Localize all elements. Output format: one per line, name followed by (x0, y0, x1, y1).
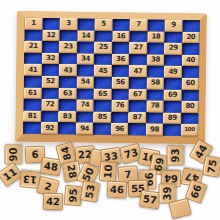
empty-socket[interactable] (129, 100, 147, 112)
tile-number-label: 72 (45, 102, 54, 109)
empty-socket[interactable] (112, 42, 130, 54)
photo-canvas: 1357912141618202123252729323436384041434… (0, 0, 220, 220)
empty-socket[interactable] (111, 89, 129, 101)
number-tile[interactable]: 80 (181, 101, 199, 113)
tile-number-label: 34 (81, 56, 90, 63)
tile-number-label: 78 (150, 103, 159, 110)
number-tile[interactable]: 9 (165, 20, 183, 32)
empty-socket[interactable] (146, 112, 164, 124)
empty-socket[interactable] (164, 78, 182, 90)
number-tile[interactable]: 1 (25, 18, 43, 30)
empty-socket[interactable] (24, 76, 42, 88)
tile-number-label: 40 (186, 57, 195, 64)
empty-socket[interactable] (94, 100, 112, 112)
tile-number-label: 47 (133, 68, 142, 75)
empty-socket[interactable] (42, 18, 60, 30)
number-tile[interactable]: 49 (164, 66, 182, 78)
empty-socket[interactable] (94, 77, 112, 89)
tile-number-label: 29 (169, 45, 178, 52)
tile-number-label: 41 (28, 67, 37, 74)
blank-tile[interactable] (168, 198, 192, 220)
empty-socket[interactable] (181, 113, 199, 125)
empty-socket[interactable] (77, 42, 95, 54)
tile-number-label: 56 (116, 79, 125, 86)
empty-socket[interactable] (94, 30, 112, 42)
tile-number-label: 27 (134, 45, 143, 52)
tile-number-label: 49 (168, 68, 177, 75)
empty-socket[interactable] (111, 112, 129, 124)
empty-socket[interactable] (41, 88, 59, 100)
empty-socket[interactable] (76, 111, 94, 123)
empty-socket[interactable] (59, 99, 77, 111)
tile-number-label: 23 (64, 44, 73, 51)
number-tile[interactable]: 23 (59, 41, 77, 53)
number-tile[interactable]: 67 (129, 89, 147, 101)
tile-number-label: 81 (28, 113, 37, 120)
empty-socket[interactable] (181, 90, 199, 102)
tile-number-label: 87 (133, 114, 142, 121)
number-tile[interactable]: 38 (147, 54, 165, 66)
number-tile[interactable]: 63 (59, 88, 77, 100)
tile-number-label: 5 (101, 21, 105, 28)
empty-socket[interactable] (147, 66, 165, 78)
loose-number-tile[interactable]: 75 (202, 155, 220, 178)
number-tile[interactable]: 78 (146, 101, 164, 113)
tile-number-label: 60 (186, 80, 195, 87)
number-tile[interactable]: 96 (111, 123, 129, 135)
number-tile[interactable]: 56 (111, 77, 129, 89)
number-tile[interactable]: 27 (129, 42, 147, 54)
tile-number-label: 7 (136, 22, 140, 29)
number-tile[interactable]: 92 (41, 122, 59, 134)
number-tile[interactable]: 7 (130, 19, 148, 31)
empty-socket[interactable] (59, 76, 77, 88)
number-tile[interactable]: 3 (60, 18, 78, 30)
number-tile[interactable]: 32 (42, 53, 60, 65)
empty-socket[interactable] (146, 89, 164, 101)
number-tile[interactable]: 58 (146, 77, 164, 89)
number-tile[interactable]: 41 (24, 64, 42, 76)
number-tile[interactable]: 43 (59, 65, 77, 77)
empty-socket[interactable] (42, 41, 60, 53)
tile-number-label: 69 (168, 92, 177, 99)
empty-socket[interactable] (93, 123, 111, 135)
number-tile[interactable]: 47 (129, 66, 147, 78)
number-tile[interactable]: 20 (182, 32, 200, 44)
empty-socket[interactable] (59, 30, 77, 42)
tile-number-label: 96 (115, 126, 124, 133)
number-tile[interactable]: 45 (94, 65, 112, 77)
empty-socket[interactable] (112, 19, 130, 31)
empty-socket[interactable] (129, 77, 147, 89)
empty-socket[interactable] (164, 55, 182, 67)
empty-socket[interactable] (23, 122, 41, 134)
number-tile[interactable]: 25 (94, 42, 112, 54)
tile-number-label: 94 (80, 125, 89, 132)
empty-socket[interactable] (163, 124, 181, 136)
empty-socket[interactable] (182, 43, 200, 55)
number-tile[interactable]: 14 (77, 30, 95, 42)
number-tile[interactable]: 16 (112, 31, 130, 43)
number-tile[interactable]: 21 (24, 41, 42, 53)
number-tile[interactable]: 83 (58, 111, 76, 123)
loose-number-tile[interactable]: 42 (43, 193, 64, 211)
empty-socket[interactable] (77, 19, 95, 31)
tile-number-label: 80 (185, 104, 194, 111)
empty-socket[interactable] (42, 64, 60, 76)
tile-number-label: 52 (46, 78, 55, 85)
tile-number-label: 61 (28, 90, 37, 97)
number-tile[interactable]: 85 (93, 112, 111, 124)
empty-socket[interactable] (164, 31, 182, 43)
tile-number-label: 9 (171, 22, 175, 29)
empty-socket[interactable] (147, 43, 165, 55)
number-tile[interactable]: 52 (41, 76, 59, 88)
number-tile[interactable]: 18 (147, 31, 165, 43)
empty-socket[interactable] (112, 65, 130, 77)
number-tile[interactable]: 54 (76, 77, 94, 89)
number-tile[interactable]: 89 (163, 113, 181, 125)
tile-number-label: 32 (46, 55, 55, 62)
tile-number-label: 98 (150, 126, 159, 133)
number-tile[interactable]: 87 (128, 112, 146, 124)
empty-socket[interactable] (77, 65, 95, 77)
tile-number-label: 38 (151, 57, 160, 64)
number-tile[interactable]: 60 (181, 78, 199, 90)
number-tile[interactable]: 74 (76, 100, 94, 112)
tile-number-label: 67 (133, 91, 142, 98)
number-tile[interactable]: 5 (95, 19, 113, 31)
tile-number-label: 76 (115, 103, 124, 110)
empty-socket[interactable] (128, 124, 146, 136)
tile-number-label: 92 (45, 125, 54, 132)
number-tile[interactable]: 98 (146, 124, 164, 136)
loose-number-tile[interactable]: 10 (99, 161, 118, 182)
tile-number-label: 54 (81, 79, 90, 86)
tile-number-label: 63 (63, 90, 72, 97)
hundred-board: 1357912141618202123252729323436384041434… (15, 11, 207, 145)
empty-socket[interactable] (129, 31, 147, 43)
empty-socket[interactable] (147, 20, 165, 32)
empty-socket[interactable] (129, 54, 147, 66)
tile-number-label: 100 (184, 127, 194, 133)
tile-number-label: 58 (151, 80, 160, 87)
empty-socket[interactable] (182, 20, 200, 32)
number-tile[interactable]: 36 (112, 54, 130, 66)
tile-number-label: 89 (168, 115, 177, 122)
tile-number-label: 14 (81, 32, 90, 39)
number-tile[interactable]: 65 (94, 88, 112, 100)
tile-number-label: 20 (186, 34, 195, 41)
number-tile[interactable]: 12 (42, 30, 60, 42)
tile-number-label: 25 (99, 44, 108, 51)
tile-number-label: 3 (66, 21, 70, 28)
number-tile[interactable]: 34 (77, 53, 95, 65)
empty-socket[interactable] (76, 88, 94, 100)
tile-number-label: 74 (80, 102, 89, 109)
loose-number-tile[interactable]: 93 (167, 146, 184, 166)
loose-number-tile[interactable]: 53 (80, 180, 100, 203)
tile-number-label: 21 (29, 43, 38, 50)
empty-socket[interactable] (25, 29, 43, 41)
board-grid: 1357912141618202123252729323436384041434… (23, 18, 200, 136)
tile-number-label: 16 (116, 33, 125, 40)
tile-number-label: 43 (63, 67, 72, 74)
loose-number-tile[interactable]: 46 (107, 180, 128, 198)
empty-socket[interactable] (164, 101, 182, 113)
empty-socket[interactable] (24, 99, 42, 111)
number-tile[interactable]: 72 (41, 99, 59, 111)
number-tile[interactable]: 76 (111, 100, 129, 112)
number-tile[interactable]: 29 (164, 43, 182, 55)
empty-socket[interactable] (58, 123, 76, 135)
empty-socket[interactable] (94, 54, 112, 66)
number-tile[interactable]: 100 (181, 124, 199, 136)
number-tile[interactable]: 94 (76, 123, 94, 135)
number-tile[interactable]: 40 (182, 55, 200, 67)
tile-number-label: 85 (98, 114, 107, 121)
tile-number-label: 45 (98, 68, 107, 75)
empty-socket[interactable] (41, 111, 59, 123)
tile-number-label: 83 (63, 113, 72, 120)
tile-number-label: 1 (31, 20, 35, 27)
tile-number-label: 65 (98, 91, 107, 98)
empty-socket[interactable] (182, 66, 200, 78)
number-tile[interactable]: 61 (24, 87, 42, 99)
tile-number-label: 18 (151, 33, 160, 40)
empty-socket[interactable] (24, 53, 42, 65)
tile-number-label: 12 (46, 32, 55, 39)
empty-socket[interactable] (59, 53, 77, 65)
number-tile[interactable]: 69 (164, 89, 182, 101)
number-tile[interactable]: 81 (23, 111, 41, 123)
tile-number-label: 36 (116, 56, 125, 63)
